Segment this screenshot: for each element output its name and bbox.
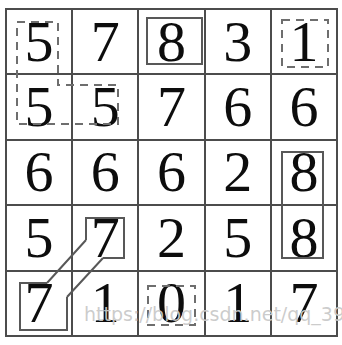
grid-cell-r0c0: 5 <box>7 10 71 73</box>
grid-cell-r3c3: 5 <box>206 206 270 269</box>
grid-cell-r2c0: 6 <box>7 141 71 204</box>
grid-cell-r1c4: 6 <box>272 75 336 138</box>
grid-cell-r0c2: 8 <box>139 10 203 73</box>
grid-cell-r1c2: 7 <box>139 75 203 138</box>
grid-cell-r1c0: 5 <box>7 75 71 138</box>
grid-cell-r4c0: 7 <box>7 272 71 335</box>
grid-cell-r2c3: 2 <box>206 141 270 204</box>
watermark: https://blog.csdn.net/qq_39685968 <box>84 303 342 325</box>
grid-cell-r2c4: 8 <box>272 141 336 204</box>
grid-cell-r2c1: 6 <box>73 141 137 204</box>
grid-cell-r1c3: 6 <box>206 75 270 138</box>
grid-cell-r3c4: 8 <box>272 206 336 269</box>
grid-cell-r0c3: 3 <box>206 10 270 73</box>
number-grid: 5783155766666285725871017 <box>5 8 338 337</box>
grid-cell-r0c1: 7 <box>73 10 137 73</box>
grid-cell-r2c2: 6 <box>139 141 203 204</box>
grid-cell-r3c2: 2 <box>139 206 203 269</box>
grid-cell-r1c1: 5 <box>73 75 137 138</box>
grid-cell-r0c4: 1 <box>272 10 336 73</box>
grid-cell-r3c0: 5 <box>7 206 71 269</box>
grid-cell-r3c1: 7 <box>73 206 137 269</box>
puzzle-board: 5783155766666285725871017 https://blog.c… <box>0 0 342 345</box>
